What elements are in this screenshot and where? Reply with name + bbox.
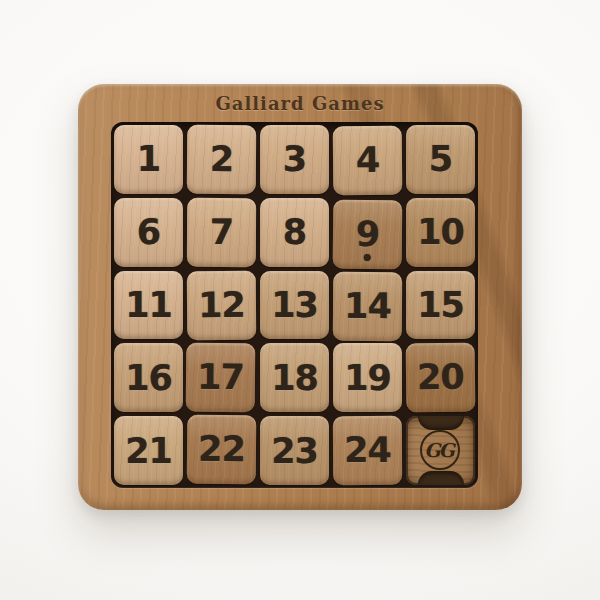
tray-cell: 24 <box>333 416 402 485</box>
tile-number: 1 <box>137 139 160 179</box>
tile-10[interactable]: 10 <box>406 198 475 267</box>
tray-cell: 1 <box>114 125 183 194</box>
tile-number: 22 <box>198 429 245 469</box>
tray-cell: 13 <box>260 271 329 340</box>
tile-20[interactable]: 20 <box>406 343 476 413</box>
tile-number: 6 <box>137 212 160 252</box>
tile-number: 7 <box>210 212 234 252</box>
tile-9[interactable]: 9 <box>333 199 403 269</box>
tile-number: 11 <box>125 285 172 325</box>
tile-number: 24 <box>344 430 391 470</box>
tile-number: 20 <box>417 358 464 398</box>
tile-number: 8 <box>283 212 306 252</box>
puzzle-board: Galliard Games 1 2 3 4 5 6 <box>78 84 522 510</box>
tile-number: 2 <box>210 139 234 179</box>
tile-22[interactable]: 22 <box>187 415 257 484</box>
tile-2[interactable]: 2 <box>187 125 256 194</box>
tile-21[interactable]: 21 <box>114 416 183 485</box>
tile-number: 5 <box>429 139 452 179</box>
tile-15[interactable]: 15 <box>406 271 475 340</box>
empty-slot: GG <box>406 416 475 485</box>
tray-cell: 23 <box>260 416 329 485</box>
tray-cell: 11 <box>114 271 183 340</box>
tile-number: 19 <box>344 358 391 398</box>
tile-number: 12 <box>198 285 245 325</box>
tray-cell: 16 <box>114 343 183 412</box>
tile-number: 14 <box>344 286 391 326</box>
tile-24[interactable]: 24 <box>333 416 402 485</box>
tile-number: 23 <box>271 431 318 471</box>
tray-cell: GG <box>406 416 475 485</box>
tray-cell: 21 <box>114 416 183 485</box>
tile-14[interactable]: 14 <box>333 271 402 340</box>
tile-number: 10 <box>417 212 464 252</box>
tile-17[interactable]: 17 <box>186 343 256 412</box>
tile-8[interactable]: 8 <box>260 198 329 267</box>
tile-3[interactable]: 3 <box>260 125 329 194</box>
tile-6[interactable]: 6 <box>114 198 183 267</box>
tray-cell: 3 <box>260 125 329 194</box>
tray-cell: 10 <box>406 198 475 267</box>
tray-cell: 14 <box>333 271 402 340</box>
tile-16[interactable]: 16 <box>114 343 183 412</box>
tile-number: 21 <box>125 431 172 471</box>
tile-number: 16 <box>125 358 172 398</box>
tray-cell: 7 <box>187 198 256 267</box>
brand-engraving: Galliard Games <box>78 93 522 114</box>
tray-cell: 2 <box>187 125 256 194</box>
tile-number: 3 <box>283 139 306 179</box>
tray-cell: 20 <box>406 343 475 412</box>
tile-number: 13 <box>271 285 318 325</box>
tile-number: 17 <box>197 358 244 398</box>
tray-cell: 4 <box>333 125 402 194</box>
gg-monogram-icon: GG <box>420 430 460 470</box>
finger-notch-bottom <box>418 471 464 485</box>
tray-cell: 22 <box>187 416 256 485</box>
finger-notch-top <box>418 416 464 430</box>
tray-cell: 8 <box>260 198 329 267</box>
orientation-dot <box>363 254 370 261</box>
tray-cell: 6 <box>114 198 183 267</box>
tile-number: 18 <box>271 358 318 398</box>
tile-23[interactable]: 23 <box>260 416 329 485</box>
tile-1[interactable]: 1 <box>114 125 183 194</box>
tile-5[interactable]: 5 <box>406 125 475 194</box>
tray-cell: 15 <box>406 271 475 340</box>
tile-4[interactable]: 4 <box>333 126 403 195</box>
tile-19[interactable]: 19 <box>333 343 402 412</box>
tile-13[interactable]: 13 <box>260 271 329 340</box>
tile-12[interactable]: 12 <box>187 270 256 339</box>
tile-number: 4 <box>356 140 380 180</box>
tray-cell: 17 <box>187 343 256 412</box>
tray-cell: 19 <box>333 343 402 412</box>
tile-number: 9 <box>356 214 380 254</box>
tray-cell: 5 <box>406 125 475 194</box>
tile-18[interactable]: 18 <box>260 343 329 412</box>
photo-background: Galliard Games 1 2 3 4 5 6 <box>0 0 600 600</box>
tile-7[interactable]: 7 <box>187 198 256 267</box>
tray-cell: 18 <box>260 343 329 412</box>
tray-cell: 9 <box>333 198 402 267</box>
tile-tray: 1 2 3 4 5 6 7 <box>111 122 478 488</box>
tile-number: 15 <box>417 285 464 325</box>
tile-11[interactable]: 11 <box>114 271 183 340</box>
tray-cell: 12 <box>187 271 256 340</box>
